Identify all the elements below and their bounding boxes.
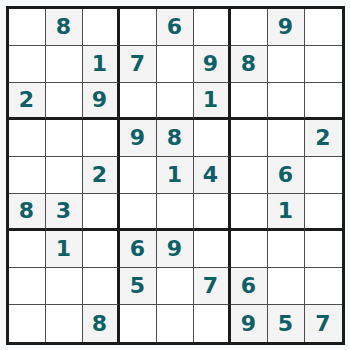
sudoku-cell-r6c8[interactable]: 1 xyxy=(268,194,305,231)
sudoku-cell-r7c6[interactable] xyxy=(194,231,231,268)
sudoku-cell-r3c2[interactable] xyxy=(46,83,83,120)
sudoku-cell-r7c7[interactable] xyxy=(231,231,268,268)
page: 869179829198221468311695768957 xyxy=(0,0,350,350)
sudoku-cell-r5c6[interactable]: 4 xyxy=(194,157,231,194)
sudoku-cell-r2c7[interactable]: 8 xyxy=(231,46,268,83)
sudoku-cell-r8c9[interactable] xyxy=(305,268,342,305)
sudoku-cell-r7c2[interactable]: 1 xyxy=(46,231,83,268)
sudoku-cell-r6c3[interactable] xyxy=(83,194,120,231)
sudoku-cell-r6c7[interactable] xyxy=(231,194,268,231)
sudoku-cell-r3c1[interactable]: 2 xyxy=(9,83,46,120)
sudoku-cell-r7c4[interactable]: 6 xyxy=(120,231,157,268)
sudoku-cell-r6c5[interactable] xyxy=(157,194,194,231)
sudoku-cell-r7c8[interactable] xyxy=(268,231,305,268)
sudoku-cell-r9c5[interactable] xyxy=(157,305,194,342)
sudoku-cell-r8c8[interactable] xyxy=(268,268,305,305)
sudoku-cell-r5c8[interactable]: 6 xyxy=(268,157,305,194)
sudoku-cell-r5c3[interactable]: 2 xyxy=(83,157,120,194)
sudoku-cell-r6c2[interactable]: 3 xyxy=(46,194,83,231)
sudoku-cell-r1c3[interactable] xyxy=(83,9,120,46)
sudoku-cell-r9c1[interactable] xyxy=(9,305,46,342)
sudoku-cell-r6c4[interactable] xyxy=(120,194,157,231)
sudoku-cell-r8c1[interactable] xyxy=(9,268,46,305)
sudoku-cell-r3c8[interactable] xyxy=(268,83,305,120)
sudoku-cell-r2c3[interactable]: 1 xyxy=(83,46,120,83)
sudoku-cell-r6c9[interactable] xyxy=(305,194,342,231)
sudoku-cell-r2c2[interactable] xyxy=(46,46,83,83)
sudoku-cell-r1c8[interactable]: 9 xyxy=(268,9,305,46)
sudoku-cell-r9c7[interactable]: 9 xyxy=(231,305,268,342)
sudoku-cell-r5c5[interactable]: 1 xyxy=(157,157,194,194)
sudoku-cell-r1c4[interactable] xyxy=(120,9,157,46)
sudoku-cell-r2c5[interactable] xyxy=(157,46,194,83)
sudoku-cell-r8c3[interactable] xyxy=(83,268,120,305)
sudoku-cell-r4c3[interactable] xyxy=(83,120,120,157)
sudoku-cell-r3c6[interactable]: 1 xyxy=(194,83,231,120)
sudoku-cell-r2c4[interactable]: 7 xyxy=(120,46,157,83)
sudoku-cell-r3c9[interactable] xyxy=(305,83,342,120)
sudoku-cell-r9c9[interactable]: 7 xyxy=(305,305,342,342)
sudoku-cell-r8c4[interactable]: 5 xyxy=(120,268,157,305)
sudoku-cell-r9c4[interactable] xyxy=(120,305,157,342)
sudoku-cell-r1c6[interactable] xyxy=(194,9,231,46)
sudoku-cell-r7c1[interactable] xyxy=(9,231,46,268)
sudoku-cell-r4c8[interactable] xyxy=(268,120,305,157)
sudoku-cell-r9c8[interactable]: 5 xyxy=(268,305,305,342)
sudoku-cell-r8c2[interactable] xyxy=(46,268,83,305)
sudoku-cell-r8c5[interactable] xyxy=(157,268,194,305)
sudoku-cell-r7c5[interactable]: 9 xyxy=(157,231,194,268)
sudoku-cell-r4c6[interactable] xyxy=(194,120,231,157)
sudoku-cell-r8c7[interactable]: 6 xyxy=(231,268,268,305)
sudoku-cell-r9c6[interactable] xyxy=(194,305,231,342)
sudoku-cell-r4c4[interactable]: 9 xyxy=(120,120,157,157)
sudoku-cell-r1c2[interactable]: 8 xyxy=(46,9,83,46)
sudoku-cell-r3c3[interactable]: 9 xyxy=(83,83,120,120)
sudoku-cell-r3c7[interactable] xyxy=(231,83,268,120)
sudoku-cell-r1c9[interactable] xyxy=(305,9,342,46)
sudoku-cell-r7c9[interactable] xyxy=(305,231,342,268)
sudoku-cell-r3c5[interactable] xyxy=(157,83,194,120)
sudoku-board: 869179829198221468311695768957 xyxy=(6,6,345,345)
sudoku-cell-r4c5[interactable]: 8 xyxy=(157,120,194,157)
sudoku-cell-r4c2[interactable] xyxy=(46,120,83,157)
sudoku-cell-r5c1[interactable] xyxy=(9,157,46,194)
sudoku-cell-r6c1[interactable]: 8 xyxy=(9,194,46,231)
sudoku-cell-r1c5[interactable]: 6 xyxy=(157,9,194,46)
sudoku-cell-r6c6[interactable] xyxy=(194,194,231,231)
sudoku-cell-r3c4[interactable] xyxy=(120,83,157,120)
sudoku-cell-r4c9[interactable]: 2 xyxy=(305,120,342,157)
sudoku-cell-r2c8[interactable] xyxy=(268,46,305,83)
sudoku-cell-r4c1[interactable] xyxy=(9,120,46,157)
sudoku-cell-r5c2[interactable] xyxy=(46,157,83,194)
sudoku-cell-r9c2[interactable] xyxy=(46,305,83,342)
sudoku-cell-r2c9[interactable] xyxy=(305,46,342,83)
sudoku-cell-r2c1[interactable] xyxy=(9,46,46,83)
sudoku-cell-r7c3[interactable] xyxy=(83,231,120,268)
sudoku-cell-r5c7[interactable] xyxy=(231,157,268,194)
sudoku-cell-r2c6[interactable]: 9 xyxy=(194,46,231,83)
sudoku-cell-r9c3[interactable]: 8 xyxy=(83,305,120,342)
sudoku-cell-r5c9[interactable] xyxy=(305,157,342,194)
sudoku-cell-r5c4[interactable] xyxy=(120,157,157,194)
sudoku-cell-r8c6[interactable]: 7 xyxy=(194,268,231,305)
sudoku-cell-r1c7[interactable] xyxy=(231,9,268,46)
sudoku-cell-r4c7[interactable] xyxy=(231,120,268,157)
sudoku-cell-r1c1[interactable] xyxy=(9,9,46,46)
